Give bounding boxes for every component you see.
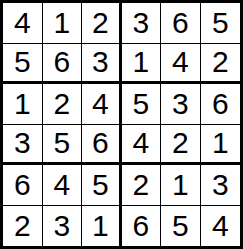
sudoku-cell-r3c1[interactable]: 1: [3, 84, 43, 125]
sudoku-cell-r5c5[interactable]: 1: [161, 165, 201, 206]
sudoku-cell-r2c2[interactable]: 6: [43, 44, 83, 85]
sudoku-cell-r1c4[interactable]: 3: [122, 3, 162, 44]
sudoku-cell-r2c5[interactable]: 4: [161, 44, 201, 85]
sudoku-cell-r1c3[interactable]: 2: [82, 3, 122, 44]
sudoku-cell-r3c5[interactable]: 3: [161, 84, 201, 125]
sudoku-board: 412365563142124536356421645213231654: [0, 0, 243, 249]
sudoku-cell-r4c5[interactable]: 2: [161, 125, 201, 166]
sudoku-cell-r3c6[interactable]: 6: [201, 84, 241, 125]
sudoku-cell-r3c3[interactable]: 4: [82, 84, 122, 125]
sudoku-cell-r4c2[interactable]: 5: [43, 125, 83, 166]
sudoku-cell-r4c6[interactable]: 1: [201, 125, 241, 166]
sudoku-cell-r5c2[interactable]: 4: [43, 165, 83, 206]
sudoku-cell-r5c1[interactable]: 6: [3, 165, 43, 206]
sudoku-cell-r1c1[interactable]: 4: [3, 3, 43, 44]
sudoku-cell-r3c2[interactable]: 2: [43, 84, 83, 125]
sudoku-cell-r4c3[interactable]: 6: [82, 125, 122, 166]
sudoku-cell-r5c6[interactable]: 3: [201, 165, 241, 206]
sudoku-cell-r2c1[interactable]: 5: [3, 44, 43, 85]
sudoku-cell-r5c4[interactable]: 2: [122, 165, 162, 206]
sudoku-cell-r4c4[interactable]: 4: [122, 125, 162, 166]
sudoku-cell-r2c4[interactable]: 1: [122, 44, 162, 85]
sudoku-cell-r4c1[interactable]: 3: [3, 125, 43, 166]
sudoku-cell-r3c4[interactable]: 5: [122, 84, 162, 125]
sudoku-cell-r6c5[interactable]: 5: [161, 206, 201, 247]
sudoku-cell-r6c2[interactable]: 3: [43, 206, 83, 247]
sudoku-cell-r1c2[interactable]: 1: [43, 3, 83, 44]
sudoku-cell-r6c3[interactable]: 1: [82, 206, 122, 247]
sudoku-cell-r6c1[interactable]: 2: [3, 206, 43, 247]
sudoku-cell-r6c6[interactable]: 4: [201, 206, 241, 247]
sudoku-cell-r5c3[interactable]: 5: [82, 165, 122, 206]
sudoku-cell-r2c6[interactable]: 2: [201, 44, 241, 85]
sudoku-cell-r1c6[interactable]: 5: [201, 3, 241, 44]
sudoku-cell-r1c5[interactable]: 6: [161, 3, 201, 44]
sudoku-cell-r6c4[interactable]: 6: [122, 206, 162, 247]
sudoku-cell-r2c3[interactable]: 3: [82, 44, 122, 85]
